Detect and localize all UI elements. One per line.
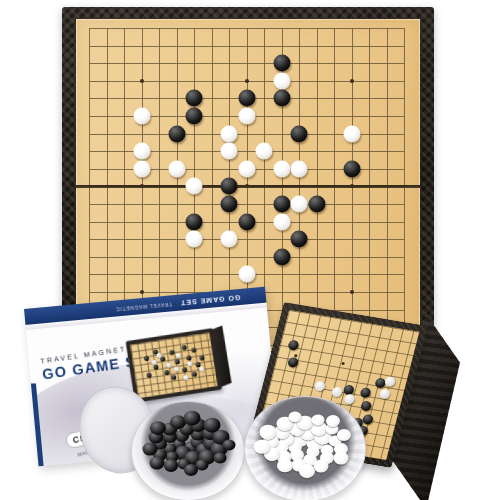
black-bowl-stone [203,418,220,433]
grid-line [89,204,404,205]
white-stone [238,266,255,283]
white-stones-heap [245,397,365,500]
white-stone [199,366,205,372]
star-point [350,79,354,83]
black-stone [273,55,290,72]
black-stone [147,373,153,379]
black-stone [273,248,290,265]
white-stone [273,160,290,177]
star-point [295,354,299,357]
black-stone [287,340,299,351]
black-stone [192,371,198,377]
white-stone [291,196,308,213]
star-point [140,290,144,294]
black-stone [343,160,360,177]
white-stone [273,213,290,230]
black-stone [308,196,325,213]
black-stones-heap [132,402,244,500]
black-stone [186,213,203,230]
box-lid-subtitle: TRAVEL MAGNETIC [115,301,172,311]
black-stone [238,213,255,230]
white-bowl-stone [299,464,315,478]
white-stone [238,160,255,177]
white-stone [186,231,203,248]
white-stone [221,231,238,248]
grid-line [89,257,404,258]
star-point [350,184,354,188]
white-stone [256,143,273,160]
white-stone [176,352,182,358]
black-stone [221,196,238,213]
grid-line [89,239,404,240]
white-stone [133,160,150,177]
black-stone [168,125,185,142]
black-stone [175,359,181,365]
black-stone [273,196,290,213]
black-stones-bowl [131,401,245,500]
white-stone [343,125,360,142]
white-stone [291,160,308,177]
star-point [140,79,144,83]
white-stone [238,108,255,125]
black-stone [186,108,203,125]
white-stone [133,108,150,125]
black-bowl-stone [143,443,158,456]
black-stone [221,178,238,195]
black-stone [181,367,187,373]
black-stone [144,356,150,362]
black-bowl-stone [150,421,166,435]
black-stone [291,231,308,248]
black-bowl-stone [222,440,235,451]
star-point [245,79,249,83]
white-stone [186,178,203,195]
black-stone [171,375,177,381]
black-stone [199,355,205,361]
black-stone [164,370,170,376]
mini-board-face [126,328,222,403]
black-stone [291,125,308,142]
white-bowl-stone [337,429,351,441]
white-stone [384,376,396,387]
box-lid-title: GO GAME SET [179,294,240,307]
black-stone [186,355,192,361]
star-point [245,184,249,188]
black-bowl-stone [213,452,226,463]
white-stone [221,143,238,160]
white-bowl-stone [326,415,340,427]
white-stone [133,143,150,160]
black-stone [169,350,175,356]
white-stone [273,72,290,89]
black-bowl-stone [183,411,200,426]
black-bowl-stone [184,464,198,476]
white-bowl-stone [333,452,348,465]
white-bowl-stone [277,459,293,473]
white-stone [183,375,189,381]
white-stone [331,386,343,397]
black-stone [181,345,187,351]
white-stone [168,160,185,177]
black-bowl-stone [150,457,165,470]
black-stone [287,357,299,368]
mini-board-grid [130,333,217,399]
white-bowl-stone [253,439,270,454]
white-stone [187,361,193,367]
white-stones-bowl [244,396,366,500]
black-stone [186,90,203,107]
box-art-mini-board [126,321,233,408]
black-stone [238,90,255,107]
white-stone [221,125,238,142]
star-point [341,361,345,364]
black-stone [191,347,197,353]
black-stone [153,364,159,370]
white-stone [378,388,390,399]
white-stone [173,367,179,373]
black-bowl-stone [164,459,178,471]
product-photo-go-set: TRAVEL MAGNETIC GO GAME SET TRAVEL MAGNE… [0,0,500,500]
black-stone [273,90,290,107]
white-stone [314,380,326,391]
white-stone [166,362,172,368]
star-point [140,184,144,188]
white-bowl-stone [260,425,277,440]
